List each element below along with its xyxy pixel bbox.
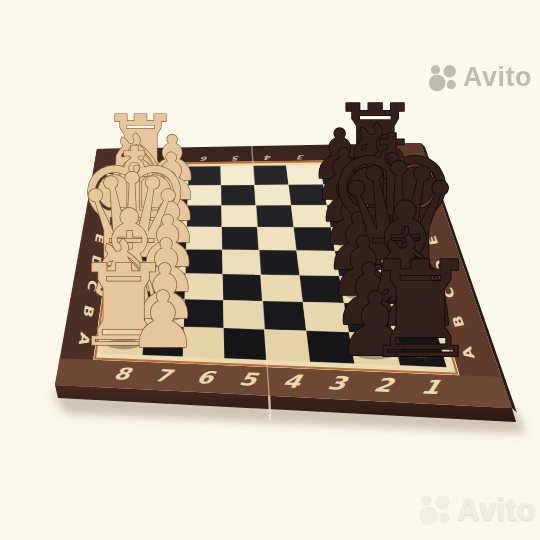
- square-g4: [255, 185, 292, 206]
- square-f5: [221, 205, 257, 227]
- square-a5: [224, 328, 267, 360]
- piece-dark-rook-a1: ♜: [361, 233, 480, 387]
- chessboard: 8877665544332211HHGGFFEEDDCCBBAA♜♟♟♜♞♟♟♞…: [0, 0, 540, 540]
- square-c4: [261, 275, 303, 302]
- piece-light-pawn-a7: ♟: [128, 275, 198, 365]
- square-g5: [221, 185, 256, 205]
- square-d4: [259, 250, 300, 275]
- square-h5: [221, 166, 255, 185]
- square-d5: [222, 250, 261, 275]
- piece-glyph: ♜: [361, 233, 480, 387]
- product-photo: 8877665544332211HHGGFFEEDDCCBBAA♜♟♟♜♞♟♟♞…: [0, 0, 540, 540]
- square-e5: [222, 227, 259, 250]
- square-b5: [223, 300, 264, 329]
- square-a4: [265, 330, 311, 362]
- square-b4: [263, 301, 307, 331]
- hinge-seam-front: [269, 396, 270, 421]
- square-e4: [257, 227, 296, 251]
- square-f4: [256, 205, 294, 227]
- square-h4: [253, 165, 289, 185]
- piece-glyph: ♟: [128, 275, 198, 365]
- square-c5: [223, 274, 263, 301]
